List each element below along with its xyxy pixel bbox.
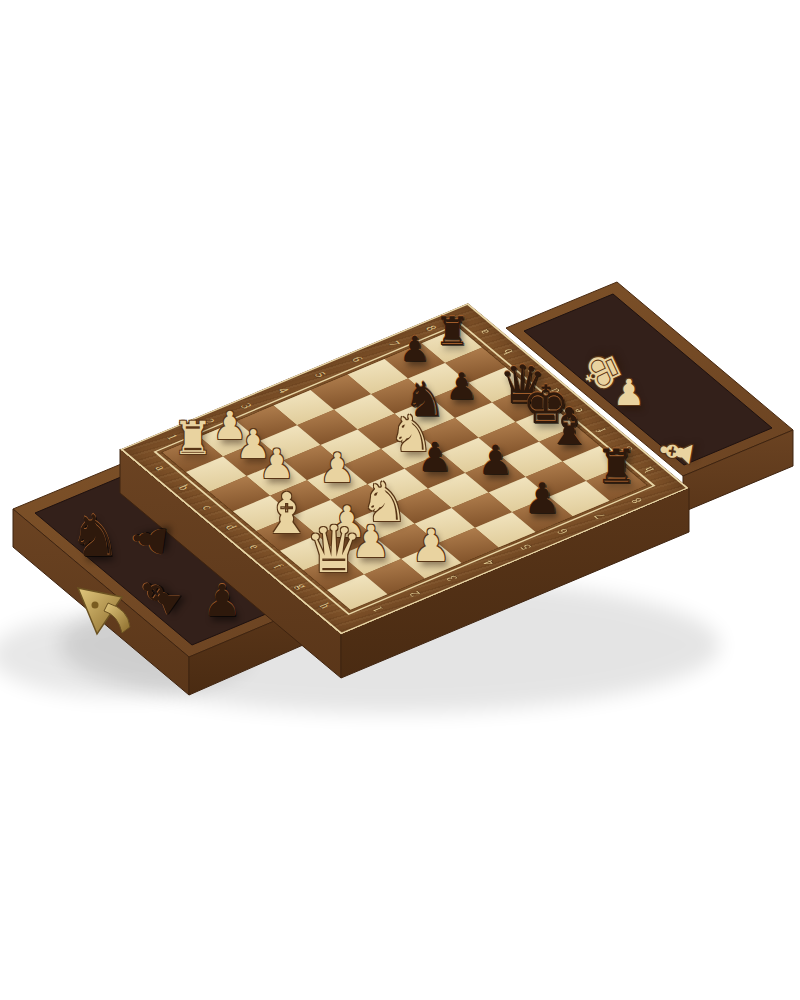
file-label-near-c: c [194, 499, 222, 516]
piece-white-pawn-c2[interactable]: ♟ [259, 444, 295, 485]
piece-black-pawn-e5[interactable]: ♟ [417, 437, 453, 477]
tray-left-black-knight-standing[interactable]: ♞ [69, 507, 121, 565]
file-label-near-f: f [264, 558, 292, 575]
piece-black-pawn-h6[interactable]: ♟ [523, 479, 561, 521]
piece-black-pawn-c7[interactable]: ♟ [445, 369, 478, 406]
piece-white-queen-g1[interactable]: ♛ [305, 518, 363, 583]
piece-black-rook-a8[interactable]: ♜ [434, 312, 469, 351]
piece-black-pawn-a7[interactable]: ♟ [399, 332, 430, 367]
piece-black-rook-h8[interactable]: ♜ [595, 444, 637, 491]
piece-white-rook-a1[interactable]: ♜ [172, 416, 213, 461]
file-label-near-a: a [147, 459, 175, 476]
piece-black-bishop-f8[interactable]: ♝ [546, 401, 592, 452]
tray-left-black-pawn-standing[interactable]: ♟ [202, 579, 241, 623]
file-label-near-d: d [217, 518, 245, 535]
tray-left-black-pawn-lying[interactable]: ♟ [127, 518, 174, 561]
piece-white-pawn-h3[interactable]: ♟ [411, 524, 451, 569]
file-label-near-b: b [170, 479, 198, 496]
piece-black-pawn-f6[interactable]: ♟ [477, 441, 513, 481]
piece-white-pawn-d3[interactable]: ♟ [319, 448, 356, 489]
product-photo: 1122334455667788aabbccddeeffgghh ♜♛♚♝♜♟♟… [0, 0, 800, 1000]
tray-right-white-bishop-lying[interactable]: ♝ [653, 430, 701, 474]
file-label-near-h: h [311, 597, 339, 614]
file-label-far-a: a [470, 323, 498, 340]
tray-right-white-pawn-standing[interactable]: ♟ [613, 375, 645, 411]
